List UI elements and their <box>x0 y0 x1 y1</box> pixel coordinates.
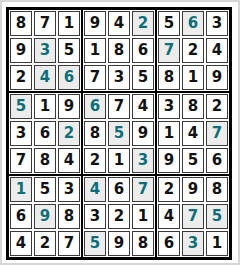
cell-r7c7[interactable]: 2 <box>158 177 180 202</box>
cell-r6c2[interactable]: 8 <box>34 148 56 173</box>
cell-r2c9[interactable]: 4 <box>206 38 228 63</box>
cell-r3c6[interactable]: 5 <box>132 65 154 90</box>
sudoku-board: 8719352469421867355637248195193627846748… <box>6 7 232 260</box>
cell-r9c6[interactable]: 8 <box>132 231 154 256</box>
cell-r6c7[interactable]: 9 <box>158 148 180 173</box>
cell-r9c1[interactable]: 4 <box>10 231 32 256</box>
cell-r5c5[interactable]: 5 <box>108 121 130 146</box>
cell-r7c1[interactable]: 1 <box>10 177 32 202</box>
cell-r2c5[interactable]: 8 <box>108 38 130 63</box>
cell-r2c3[interactable]: 5 <box>58 38 80 63</box>
box-5: 674859213 <box>82 92 156 175</box>
cell-r2c8[interactable]: 2 <box>182 38 204 63</box>
box-8: 467321598 <box>82 175 156 258</box>
cell-r1c9[interactable]: 3 <box>206 11 228 36</box>
cell-r5c8[interactable]: 4 <box>182 121 204 146</box>
cell-r9c5[interactable]: 9 <box>108 231 130 256</box>
cell-r3c4[interactable]: 7 <box>84 65 106 90</box>
cell-r4c6[interactable]: 4 <box>132 94 154 119</box>
cell-r6c5[interactable]: 1 <box>108 148 130 173</box>
cell-r4c4[interactable]: 6 <box>84 94 106 119</box>
cell-r2c7[interactable]: 7 <box>158 38 180 63</box>
cell-r1c4[interactable]: 9 <box>84 11 106 36</box>
cell-r8c7[interactable]: 4 <box>158 204 180 229</box>
cell-r5c4[interactable]: 8 <box>84 121 106 146</box>
cell-r1c3[interactable]: 1 <box>58 11 80 36</box>
cell-r7c4[interactable]: 4 <box>84 177 106 202</box>
cell-r8c4[interactable]: 3 <box>84 204 106 229</box>
cell-r4c3[interactable]: 9 <box>58 94 80 119</box>
cell-r3c7[interactable]: 8 <box>158 65 180 90</box>
cell-r8c2[interactable]: 9 <box>34 204 56 229</box>
cell-r6c9[interactable]: 6 <box>206 148 228 173</box>
cell-r9c9[interactable]: 1 <box>206 231 228 256</box>
cell-r3c5[interactable]: 3 <box>108 65 130 90</box>
cell-r5c6[interactable]: 9 <box>132 121 154 146</box>
cell-r4c7[interactable]: 3 <box>158 94 180 119</box>
cell-r4c8[interactable]: 8 <box>182 94 204 119</box>
cell-r4c5[interactable]: 7 <box>108 94 130 119</box>
cell-r4c2[interactable]: 1 <box>34 94 56 119</box>
cell-r2c2[interactable]: 3 <box>34 38 56 63</box>
cell-r3c9[interactable]: 9 <box>206 65 228 90</box>
cell-r6c8[interactable]: 5 <box>182 148 204 173</box>
cell-r3c1[interactable]: 2 <box>10 65 32 90</box>
cell-r6c3[interactable]: 4 <box>58 148 80 173</box>
cell-r8c3[interactable]: 8 <box>58 204 80 229</box>
cell-r2c1[interactable]: 9 <box>10 38 32 63</box>
cell-r1c8[interactable]: 6 <box>182 11 204 36</box>
cell-r8c8[interactable]: 7 <box>182 204 204 229</box>
cell-r3c2[interactable]: 4 <box>34 65 56 90</box>
box-3: 563724819 <box>156 9 230 92</box>
cell-r6c1[interactable]: 7 <box>10 148 32 173</box>
cell-r3c3[interactable]: 6 <box>58 65 80 90</box>
box-2: 942186735 <box>82 9 156 92</box>
cell-r1c1[interactable]: 8 <box>10 11 32 36</box>
cell-r5c3[interactable]: 2 <box>58 121 80 146</box>
cell-r9c8[interactable]: 3 <box>182 231 204 256</box>
cell-r1c2[interactable]: 7 <box>34 11 56 36</box>
cell-r9c3[interactable]: 7 <box>58 231 80 256</box>
cell-r1c7[interactable]: 5 <box>158 11 180 36</box>
cell-r3c8[interactable]: 1 <box>182 65 204 90</box>
cell-r1c6[interactable]: 2 <box>132 11 154 36</box>
cell-r9c4[interactable]: 5 <box>84 231 106 256</box>
cell-r2c4[interactable]: 1 <box>84 38 106 63</box>
cell-r6c6[interactable]: 3 <box>132 148 154 173</box>
cell-r2c6[interactable]: 6 <box>132 38 154 63</box>
cell-r4c9[interactable]: 2 <box>206 94 228 119</box>
box-1: 871935246 <box>8 9 82 92</box>
box-6: 382147956 <box>156 92 230 175</box>
cell-r8c1[interactable]: 6 <box>10 204 32 229</box>
box-4: 519362784 <box>8 92 82 175</box>
cell-r5c9[interactable]: 7 <box>206 121 228 146</box>
cell-r5c2[interactable]: 6 <box>34 121 56 146</box>
cell-r7c9[interactable]: 8 <box>206 177 228 202</box>
cell-r7c2[interactable]: 5 <box>34 177 56 202</box>
cell-r7c8[interactable]: 9 <box>182 177 204 202</box>
box-9: 298475631 <box>156 175 230 258</box>
cell-r7c3[interactable]: 3 <box>58 177 80 202</box>
cell-r8c5[interactable]: 2 <box>108 204 130 229</box>
cell-r7c5[interactable]: 6 <box>108 177 130 202</box>
cell-r4c1[interactable]: 5 <box>10 94 32 119</box>
cell-r7c6[interactable]: 7 <box>132 177 154 202</box>
cell-r6c4[interactable]: 2 <box>84 148 106 173</box>
cell-r5c1[interactable]: 3 <box>10 121 32 146</box>
cell-r5c7[interactable]: 1 <box>158 121 180 146</box>
cell-r9c7[interactable]: 6 <box>158 231 180 256</box>
box-7: 153698427 <box>8 175 82 258</box>
cell-r1c5[interactable]: 4 <box>108 11 130 36</box>
cell-r8c9[interactable]: 5 <box>206 204 228 229</box>
cell-r9c2[interactable]: 2 <box>34 231 56 256</box>
cell-r8c6[interactable]: 1 <box>132 204 154 229</box>
